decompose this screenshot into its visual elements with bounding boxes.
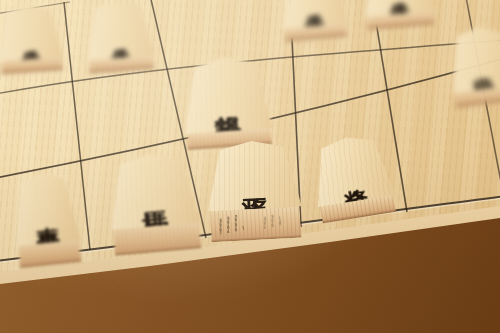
maker-signature-secondary: [262, 214, 282, 229]
piece-face: 歩兵: [0, 3, 63, 61]
piece-face: 歩兵: [84, 0, 155, 60]
shogi-piece-pawn-9g: 歩兵: [0, 3, 64, 74]
shogi-piece-king-7i: 玉将: [204, 139, 303, 243]
maker-signature: [217, 214, 244, 235]
piece-face: 桂馬: [105, 150, 201, 230]
piece-face: 銀将: [180, 54, 273, 134]
piece-kanji: 銀将: [213, 97, 240, 99]
shogi-piece-pawn-8g: 歩兵: [84, 0, 156, 73]
shogi-piece-silver-7h: 銀将: [180, 54, 274, 150]
piece-kanji: 香車: [33, 210, 57, 213]
shogi-piece-knight-8i: 桂馬: [105, 150, 203, 255]
piece-base-edge: [210, 207, 302, 243]
piece-kanji: 金将: [340, 171, 364, 175]
piece-face: 玉将: [204, 139, 301, 212]
shogi-piece-gold-6i: 金将: [308, 131, 398, 223]
piece-face: 香車: [9, 170, 80, 246]
piece-kanji: 桂馬: [140, 192, 167, 194]
piece-face: 金将: [446, 23, 500, 92]
piece-kanji: 玉将: [239, 178, 267, 179]
shogi-piece-lance-9i: 香車: [9, 170, 82, 268]
piece-kanji: 歩兵: [109, 33, 129, 34]
piece-kanji: 歩兵: [20, 35, 40, 36]
shogi-piece-pawn-6g: 歩兵: [278, 0, 348, 42]
photo-canvas: 歩兵 歩兵 歩兵 歩兵 金将 銀将 金将 玉将 桂馬: [0, 0, 500, 333]
piece-kanji: 金将: [471, 60, 493, 63]
shogi-piece-unidentified-5h: 金将: [446, 23, 500, 107]
piece-face: 金将: [308, 131, 395, 206]
